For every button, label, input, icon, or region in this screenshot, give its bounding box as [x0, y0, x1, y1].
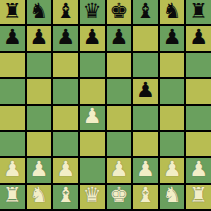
square-h2[interactable]: ♟ — [186, 158, 211, 182]
square-f6[interactable] — [133, 53, 158, 77]
piece-white-rook[interactable]: ♜ — [3, 185, 22, 206]
piece-white-pawn[interactable]: ♟ — [3, 159, 22, 180]
piece-black-pawn[interactable]: ♟ — [3, 27, 22, 48]
square-h8[interactable]: ♜ — [186, 0, 211, 24]
square-f3[interactable] — [133, 132, 158, 156]
square-f2[interactable]: ♟ — [133, 158, 158, 182]
piece-black-pawn[interactable]: ♟ — [189, 27, 208, 48]
square-h6[interactable] — [186, 53, 211, 77]
square-a5[interactable] — [0, 79, 25, 103]
square-c4[interactable] — [53, 106, 78, 130]
square-e3[interactable] — [107, 132, 132, 156]
square-b8[interactable]: ♞ — [27, 0, 52, 24]
piece-white-queen[interactable]: ♛ — [83, 185, 102, 206]
square-a7[interactable]: ♟ — [0, 26, 25, 50]
piece-black-pawn[interactable]: ♟ — [30, 27, 49, 48]
square-e8[interactable]: ♚ — [107, 0, 132, 24]
square-h3[interactable] — [186, 132, 211, 156]
square-e4[interactable] — [107, 106, 132, 130]
square-h7[interactable]: ♟ — [186, 26, 211, 50]
square-b6[interactable] — [27, 53, 52, 77]
square-e2[interactable]: ♟ — [107, 158, 132, 182]
square-f4[interactable] — [133, 106, 158, 130]
square-d7[interactable]: ♟ — [80, 26, 105, 50]
piece-black-knight[interactable]: ♞ — [163, 1, 182, 22]
square-h1[interactable]: ♜ — [186, 185, 211, 209]
square-d3[interactable] — [80, 132, 105, 156]
square-g2[interactable]: ♟ — [160, 158, 185, 182]
piece-black-bishop[interactable]: ♝ — [136, 1, 155, 22]
piece-black-rook[interactable]: ♜ — [189, 1, 208, 22]
square-g6[interactable] — [160, 53, 185, 77]
chess-board-frame: ♜♞♝♛♚♝♞♜♟♟♟♟♟♟♟♟♟♟♟♟♟♟♟♟♜♞♝♛♚♝♞♜ — [0, 0, 211, 211]
piece-white-king[interactable]: ♚ — [109, 185, 128, 206]
square-b2[interactable]: ♟ — [27, 158, 52, 182]
piece-white-pawn[interactable]: ♟ — [30, 159, 49, 180]
square-g7[interactable]: ♟ — [160, 26, 185, 50]
square-g4[interactable] — [160, 106, 185, 130]
square-a8[interactable]: ♜ — [0, 0, 25, 24]
piece-black-rook[interactable]: ♜ — [3, 1, 22, 22]
square-c1[interactable]: ♝ — [53, 185, 78, 209]
square-a3[interactable] — [0, 132, 25, 156]
square-g1[interactable]: ♞ — [160, 185, 185, 209]
square-b5[interactable] — [27, 79, 52, 103]
piece-black-knight[interactable]: ♞ — [30, 1, 49, 22]
square-c2[interactable]: ♟ — [53, 158, 78, 182]
piece-white-bishop[interactable]: ♝ — [136, 185, 155, 206]
square-f5[interactable]: ♟ — [133, 79, 158, 103]
piece-white-pawn[interactable]: ♟ — [136, 159, 155, 180]
square-g8[interactable]: ♞ — [160, 0, 185, 24]
piece-black-queen[interactable]: ♛ — [83, 1, 102, 22]
square-h5[interactable] — [186, 79, 211, 103]
square-b7[interactable]: ♟ — [27, 26, 52, 50]
piece-white-knight[interactable]: ♞ — [163, 185, 182, 206]
piece-black-king[interactable]: ♚ — [109, 1, 128, 22]
piece-white-pawn[interactable]: ♟ — [189, 159, 208, 180]
square-e6[interactable] — [107, 53, 132, 77]
square-a1[interactable]: ♜ — [0, 185, 25, 209]
square-c5[interactable] — [53, 79, 78, 103]
square-d4[interactable]: ♟ — [80, 106, 105, 130]
square-d2[interactable] — [80, 158, 105, 182]
square-h4[interactable] — [186, 106, 211, 130]
chess-board: ♜♞♝♛♚♝♞♜♟♟♟♟♟♟♟♟♟♟♟♟♟♟♟♟♜♞♝♛♚♝♞♜ — [0, 0, 211, 209]
square-g3[interactable] — [160, 132, 185, 156]
square-e7[interactable]: ♟ — [107, 26, 132, 50]
square-d5[interactable] — [80, 79, 105, 103]
square-c7[interactable]: ♟ — [53, 26, 78, 50]
square-f7[interactable] — [133, 26, 158, 50]
square-f1[interactable]: ♝ — [133, 185, 158, 209]
piece-white-rook[interactable]: ♜ — [189, 185, 208, 206]
piece-white-pawn[interactable]: ♟ — [109, 159, 128, 180]
square-d8[interactable]: ♛ — [80, 0, 105, 24]
piece-white-bishop[interactable]: ♝ — [56, 185, 75, 206]
piece-black-pawn[interactable]: ♟ — [136, 80, 155, 101]
piece-white-pawn[interactable]: ♟ — [163, 159, 182, 180]
square-b4[interactable] — [27, 106, 52, 130]
piece-black-pawn[interactable]: ♟ — [56, 27, 75, 48]
square-c8[interactable]: ♝ — [53, 0, 78, 24]
square-b1[interactable]: ♞ — [27, 185, 52, 209]
piece-white-pawn[interactable]: ♟ — [56, 159, 75, 180]
square-e1[interactable]: ♚ — [107, 185, 132, 209]
square-e5[interactable] — [107, 79, 132, 103]
square-g5[interactable] — [160, 79, 185, 103]
square-a4[interactable] — [0, 106, 25, 130]
piece-black-pawn[interactable]: ♟ — [109, 27, 128, 48]
square-c3[interactable] — [53, 132, 78, 156]
square-d1[interactable]: ♛ — [80, 185, 105, 209]
piece-white-knight[interactable]: ♞ — [30, 185, 49, 206]
square-c6[interactable] — [53, 53, 78, 77]
square-a2[interactable]: ♟ — [0, 158, 25, 182]
square-a6[interactable] — [0, 53, 25, 77]
square-d6[interactable] — [80, 53, 105, 77]
piece-black-pawn[interactable]: ♟ — [83, 27, 102, 48]
piece-white-pawn[interactable]: ♟ — [83, 106, 102, 127]
piece-black-bishop[interactable]: ♝ — [56, 1, 75, 22]
square-f8[interactable]: ♝ — [133, 0, 158, 24]
piece-black-pawn[interactable]: ♟ — [163, 27, 182, 48]
square-b3[interactable] — [27, 132, 52, 156]
